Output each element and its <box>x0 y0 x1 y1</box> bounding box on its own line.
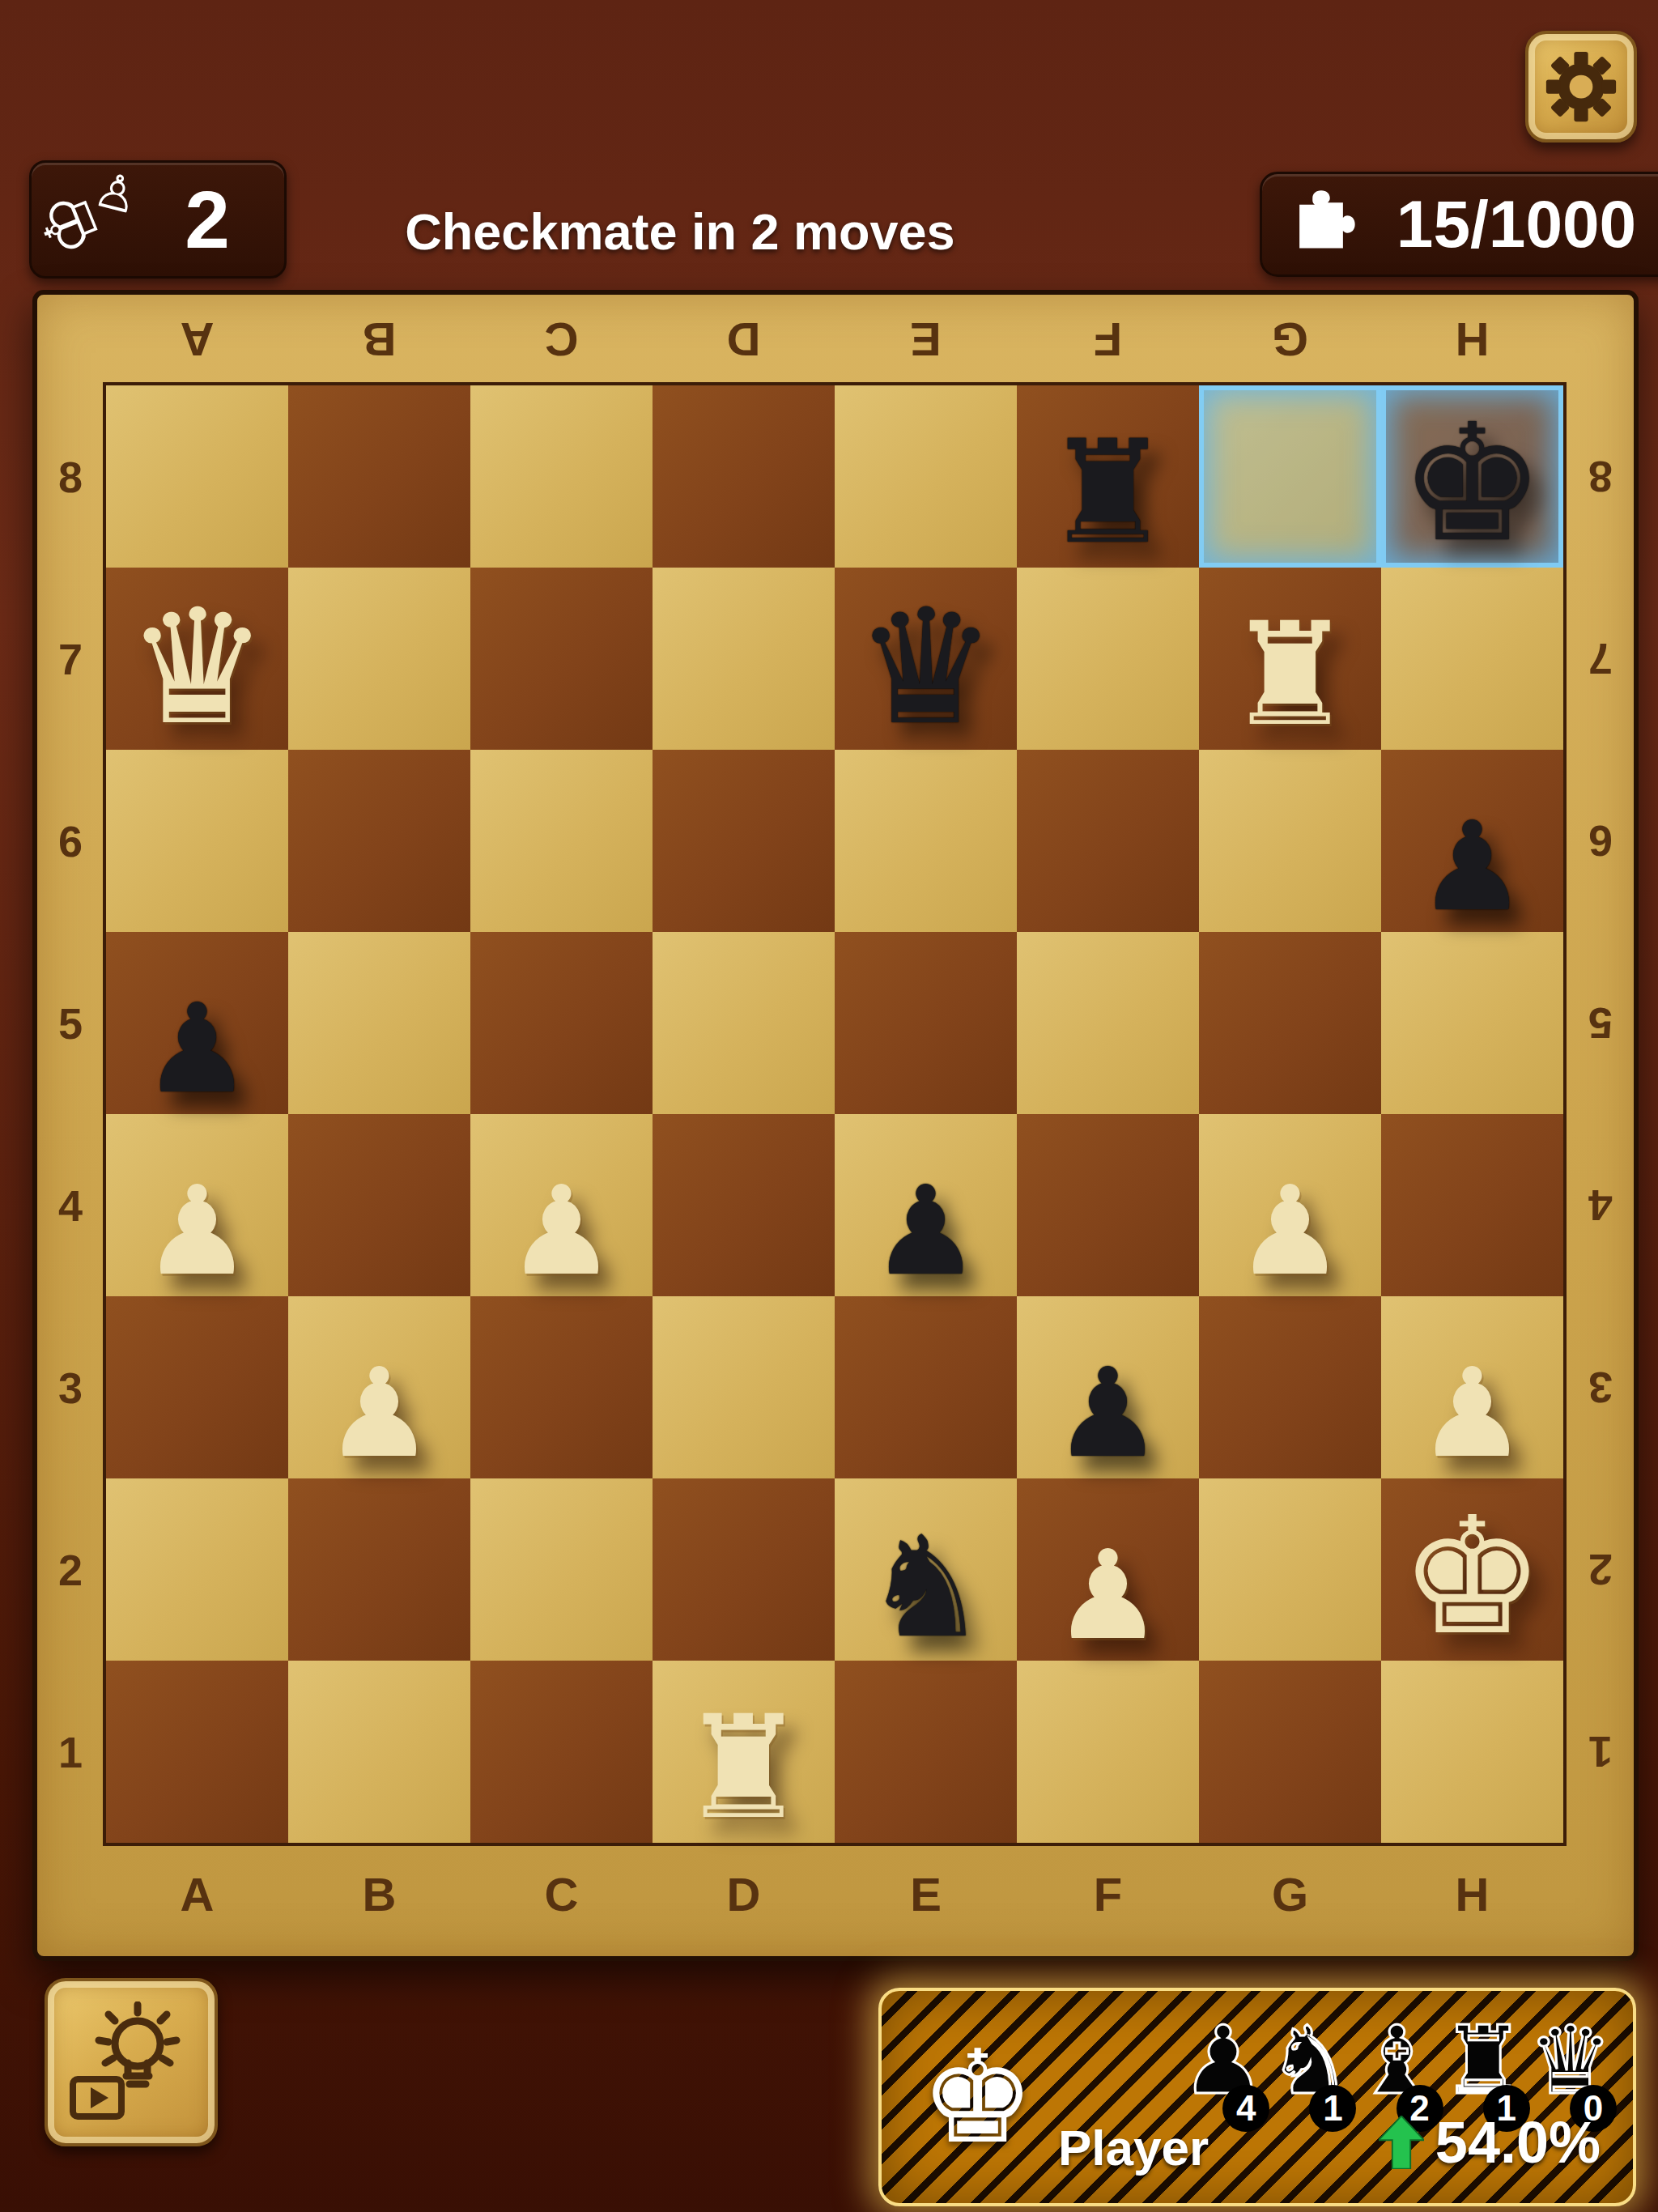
file-label-top-e: E <box>835 313 1017 367</box>
fallen-king-and-pawn-icon: ♔ ♙ <box>32 167 145 272</box>
white-king-icon: ♚ <box>920 2033 1035 2161</box>
file-label-top-a: A <box>106 313 288 367</box>
black-pawn-f3[interactable]: ♟ <box>1017 1352 1199 1475</box>
file-label-top-c: C <box>470 313 653 367</box>
file-label-bottom-h: H <box>1381 1867 1563 1921</box>
file-label-bottom-b: B <box>288 1867 470 1921</box>
square-c5[interactable] <box>470 932 653 1114</box>
square-c7[interactable] <box>470 568 653 750</box>
square-e1[interactable] <box>835 1661 1017 1843</box>
square-b5[interactable] <box>288 932 470 1114</box>
captured-pawn: ♟4 <box>1181 2009 1265 2130</box>
black-king-h8[interactable]: ♚ <box>1381 402 1563 564</box>
file-label-top-h: H <box>1381 313 1563 367</box>
rank-label-left-8: 8 <box>37 452 104 502</box>
square-h8[interactable]: ♚ <box>1381 385 1563 568</box>
file-label-bottom-e: E <box>835 1867 1017 1921</box>
white-king-h2[interactable]: ♚ <box>1381 1495 1563 1657</box>
chess-board: ♜♚♛♛♜♟♟♟♟♟♟♟♟♟♞♟♚♜ AABBCCDDEEFFGGHH88776… <box>32 290 1639 1961</box>
square-a4[interactable]: ♟ <box>106 1114 288 1296</box>
file-label-top-d: D <box>653 313 835 367</box>
hint-button[interactable] <box>45 1978 218 2146</box>
white-rook-g7[interactable]: ♜ <box>1199 604 1381 747</box>
moves-count: 2 <box>145 173 284 266</box>
square-e3[interactable] <box>835 1296 1017 1478</box>
square-g6[interactable] <box>1199 750 1381 932</box>
square-g7[interactable]: ♜ <box>1199 568 1381 750</box>
square-a5[interactable]: ♟ <box>106 932 288 1114</box>
square-g2[interactable] <box>1199 1478 1381 1661</box>
page-title: Checkmate in 2 moves <box>340 202 1020 261</box>
rank-label-right-4: 4 <box>1567 1180 1634 1231</box>
settings-button[interactable] <box>1525 31 1637 143</box>
square-b8[interactable] <box>288 385 470 568</box>
white-pawn-f2[interactable]: ♟ <box>1017 1534 1199 1657</box>
puzzle-progress-badge: 15/1000 <box>1260 172 1658 277</box>
rank-label-left-7: 7 <box>37 634 104 684</box>
square-h6[interactable]: ♟ <box>1381 750 1563 932</box>
square-b2[interactable] <box>288 1478 470 1661</box>
square-f1[interactable] <box>1017 1661 1199 1843</box>
square-a3[interactable] <box>106 1296 288 1478</box>
square-g5[interactable] <box>1199 932 1381 1114</box>
square-c4[interactable]: ♟ <box>470 1114 653 1296</box>
rank-label-right-2: 2 <box>1567 1545 1634 1595</box>
black-pawn-h6[interactable]: ♟ <box>1381 806 1563 929</box>
gear-icon <box>1544 49 1618 124</box>
file-label-bottom-c: C <box>470 1867 653 1921</box>
square-g3[interactable] <box>1199 1296 1381 1478</box>
square-b6[interactable] <box>288 750 470 932</box>
square-c1[interactable] <box>470 1661 653 1843</box>
square-c2[interactable] <box>470 1478 653 1661</box>
square-h1[interactable] <box>1381 1661 1563 1843</box>
square-d2[interactable] <box>653 1478 835 1661</box>
rank-label-left-2: 2 <box>37 1545 104 1595</box>
rank-label-right-8: 8 <box>1567 452 1634 502</box>
rank-label-right-6: 6 <box>1567 816 1634 866</box>
square-b3[interactable]: ♟ <box>288 1296 470 1478</box>
square-f5[interactable] <box>1017 932 1199 1114</box>
square-h3[interactable]: ♟ <box>1381 1296 1563 1478</box>
white-rook-d1[interactable]: ♜ <box>653 1697 835 1840</box>
video-ad-icon <box>73 2079 121 2116</box>
rank-label-right-3: 3 <box>1567 1363 1634 1413</box>
square-f7[interactable] <box>1017 568 1199 750</box>
black-pawn-e4[interactable]: ♟ <box>835 1170 1017 1293</box>
square-f4[interactable] <box>1017 1114 1199 1296</box>
square-g8[interactable] <box>1199 385 1381 568</box>
rank-label-right-7: 7 <box>1567 634 1634 684</box>
square-a8[interactable] <box>106 385 288 568</box>
rank-label-left-4: 4 <box>37 1180 104 1231</box>
black-queen-e7[interactable]: ♛ <box>835 588 1017 747</box>
white-pawn-a4[interactable]: ♟ <box>106 1170 288 1293</box>
square-e4[interactable]: ♟ <box>835 1114 1017 1296</box>
square-c6[interactable] <box>470 750 653 932</box>
light-bulb-icon <box>66 2001 196 2123</box>
rank-label-left-1: 1 <box>37 1727 104 1777</box>
square-f6[interactable] <box>1017 750 1199 932</box>
white-pawn-b3[interactable]: ♟ <box>288 1352 470 1475</box>
rank-label-left-3: 3 <box>37 1363 104 1413</box>
square-d1[interactable]: ♜ <box>653 1661 835 1843</box>
square-d4[interactable] <box>653 1114 835 1296</box>
square-c8[interactable] <box>470 385 653 568</box>
moves-counter-badge: ♔ ♙ 2 <box>29 160 287 279</box>
puzzle-piece-icon <box>1286 189 1356 259</box>
square-a6[interactable] <box>106 750 288 932</box>
file-label-bottom-g: G <box>1199 1867 1381 1921</box>
square-g4[interactable]: ♟ <box>1199 1114 1381 1296</box>
black-pawn-a5[interactable]: ♟ <box>106 988 288 1111</box>
square-b4[interactable] <box>288 1114 470 1296</box>
square-b1[interactable] <box>288 1661 470 1843</box>
file-label-bottom-d: D <box>653 1867 835 1921</box>
white-pawn-h3[interactable]: ♟ <box>1381 1352 1563 1475</box>
pawn-glyph: ♙ <box>90 164 144 221</box>
player-panel: ♚ Player ♟4♞1♝2♜1♛0 54.0% <box>878 1988 1636 2206</box>
square-a7[interactable]: ♛ <box>106 568 288 750</box>
file-label-top-g: G <box>1199 313 1381 367</box>
captured-knight: ♞1 <box>1268 2009 1351 2130</box>
win-chance-value: 54.0% <box>1435 2109 1601 2176</box>
square-b7[interactable] <box>288 568 470 750</box>
square-a2[interactable] <box>106 1478 288 1661</box>
captured-pawn-count: 4 <box>1222 2085 1269 2132</box>
square-e8[interactable] <box>835 385 1017 568</box>
square-e7[interactable]: ♛ <box>835 568 1017 750</box>
square-e5[interactable] <box>835 932 1017 1114</box>
black-rook-f8[interactable]: ♜ <box>1017 422 1199 564</box>
rank-label-left-5: 5 <box>37 998 104 1049</box>
square-c3[interactable] <box>470 1296 653 1478</box>
square-d5[interactable] <box>653 932 835 1114</box>
chess-puzzle-screen: { "game": "chess", "position": { "fen": … <box>0 0 1658 2212</box>
white-pawn-c4[interactable]: ♟ <box>470 1170 653 1293</box>
square-f3[interactable]: ♟ <box>1017 1296 1199 1478</box>
square-a1[interactable] <box>106 1661 288 1843</box>
square-g1[interactable] <box>1199 1661 1381 1843</box>
square-e6[interactable] <box>835 750 1017 932</box>
square-e2[interactable]: ♞ <box>835 1478 1017 1661</box>
file-label-top-b: B <box>288 313 470 367</box>
square-f2[interactable]: ♟ <box>1017 1478 1199 1661</box>
green-up-arrow-icon <box>1379 2116 1424 2169</box>
square-d6[interactable] <box>653 750 835 932</box>
square-h7[interactable] <box>1381 568 1563 750</box>
file-label-bottom-f: F <box>1017 1867 1199 1921</box>
file-label-top-f: F <box>1017 313 1199 367</box>
puzzle-progress-value: 15/1000 <box>1377 186 1656 262</box>
black-knight-e2[interactable]: ♞ <box>835 1518 1017 1657</box>
white-queen-a7[interactable]: ♛ <box>106 588 288 747</box>
win-chance: 54.0% <box>1379 2109 1601 2176</box>
square-h2[interactable]: ♚ <box>1381 1478 1563 1661</box>
file-label-bottom-a: A <box>106 1867 288 1921</box>
square-f8[interactable]: ♜ <box>1017 385 1199 568</box>
rank-label-left-6: 6 <box>37 816 104 866</box>
square-d8[interactable] <box>653 385 835 568</box>
board-squares: ♜♚♛♛♜♟♟♟♟♟♟♟♟♟♞♟♚♜ <box>103 382 1567 1846</box>
square-d7[interactable] <box>653 568 835 750</box>
square-h4[interactable] <box>1381 1114 1563 1296</box>
square-d3[interactable] <box>653 1296 835 1478</box>
rank-label-right-5: 5 <box>1567 998 1634 1049</box>
white-pawn-g4[interactable]: ♟ <box>1199 1170 1381 1293</box>
rank-label-right-1: 1 <box>1567 1727 1634 1777</box>
captured-knight-count: 1 <box>1309 2085 1356 2132</box>
square-h5[interactable] <box>1381 932 1563 1114</box>
